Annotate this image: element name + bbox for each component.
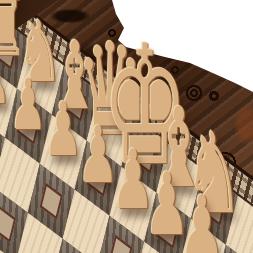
chess-set-photo: ♜♞♝♛♚♝♞♟♟♟♟♟♟♟ xyxy=(0,0,253,253)
piece-white-pawn-b2: ♟ xyxy=(10,70,47,140)
piece-white-pawn-c2: ♟ xyxy=(44,93,83,167)
piece-white-pawn-g2: ♟ xyxy=(179,184,226,253)
pieces-layer: ♜♞♝♛♚♝♞♟♟♟♟♟♟♟ xyxy=(0,0,253,253)
